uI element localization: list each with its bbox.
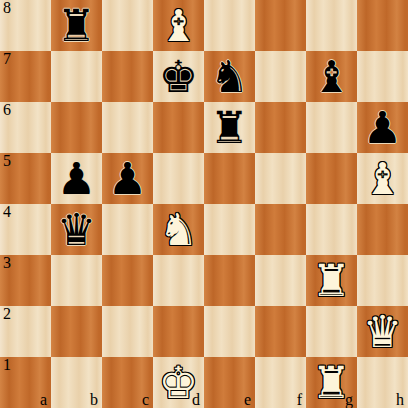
square-f2[interactable]: [255, 306, 306, 357]
square-a2[interactable]: 2: [0, 306, 51, 357]
square-d3[interactable]: [153, 255, 204, 306]
square-b5[interactable]: ♟: [51, 153, 102, 204]
rank-label-3: 3: [3, 255, 11, 272]
piece-black-knight[interactable]: ♞: [210, 51, 249, 102]
square-f4[interactable]: [255, 204, 306, 255]
piece-black-queen[interactable]: ♛: [57, 204, 96, 255]
square-a3[interactable]: 3: [0, 255, 51, 306]
square-g6[interactable]: [306, 102, 357, 153]
square-b7[interactable]: [51, 51, 102, 102]
file-label-h: h: [396, 391, 404, 408]
square-b3[interactable]: [51, 255, 102, 306]
file-label-a: a: [40, 391, 47, 408]
square-e1[interactable]: e: [204, 357, 255, 408]
square-d2[interactable]: [153, 306, 204, 357]
square-g3[interactable]: ♜: [306, 255, 357, 306]
square-h6[interactable]: ♟: [357, 102, 408, 153]
file-label-b: b: [90, 391, 98, 408]
square-h2[interactable]: ♛: [357, 306, 408, 357]
piece-white-bishop[interactable]: ♝: [159, 0, 198, 51]
square-h8[interactable]: [357, 0, 408, 51]
chess-board: 8♜♝7♚♞♝6♜♟5♟♟♝4♛♞3♜2♛1abcd♚efg♜h: [0, 0, 408, 408]
square-e6[interactable]: ♜: [204, 102, 255, 153]
square-c5[interactable]: ♟: [102, 153, 153, 204]
square-h4[interactable]: [357, 204, 408, 255]
square-d6[interactable]: [153, 102, 204, 153]
square-b8[interactable]: ♜: [51, 0, 102, 51]
square-d1[interactable]: d♚: [153, 357, 204, 408]
rank-label-7: 7: [3, 51, 11, 68]
square-f6[interactable]: [255, 102, 306, 153]
square-c2[interactable]: [102, 306, 153, 357]
piece-white-knight[interactable]: ♞: [159, 204, 198, 255]
square-e5[interactable]: [204, 153, 255, 204]
square-f3[interactable]: [255, 255, 306, 306]
square-h7[interactable]: [357, 51, 408, 102]
piece-black-rook[interactable]: ♜: [57, 0, 96, 51]
square-b4[interactable]: ♛: [51, 204, 102, 255]
square-c3[interactable]: [102, 255, 153, 306]
piece-black-bishop[interactable]: ♝: [312, 51, 351, 102]
piece-black-pawn[interactable]: ♟: [363, 102, 402, 153]
square-e3[interactable]: [204, 255, 255, 306]
piece-black-king[interactable]: ♚: [159, 51, 198, 102]
piece-white-rook[interactable]: ♜: [312, 255, 351, 306]
piece-black-rook[interactable]: ♜: [210, 102, 249, 153]
square-h5[interactable]: ♝: [357, 153, 408, 204]
rank-label-4: 4: [3, 204, 11, 221]
square-a1[interactable]: 1a: [0, 357, 51, 408]
square-d8[interactable]: ♝: [153, 0, 204, 51]
square-c8[interactable]: [102, 0, 153, 51]
square-f5[interactable]: [255, 153, 306, 204]
piece-black-pawn[interactable]: ♟: [108, 153, 147, 204]
square-f1[interactable]: f: [255, 357, 306, 408]
rank-label-2: 2: [3, 306, 11, 323]
square-g2[interactable]: [306, 306, 357, 357]
square-g4[interactable]: [306, 204, 357, 255]
square-a6[interactable]: 6: [0, 102, 51, 153]
square-g5[interactable]: [306, 153, 357, 204]
file-label-d: d: [192, 391, 200, 408]
square-d5[interactable]: [153, 153, 204, 204]
rank-label-6: 6: [3, 102, 11, 119]
square-f7[interactable]: [255, 51, 306, 102]
square-a4[interactable]: 4: [0, 204, 51, 255]
square-d4[interactable]: ♞: [153, 204, 204, 255]
square-c4[interactable]: [102, 204, 153, 255]
rank-label-1: 1: [3, 357, 11, 374]
file-label-g: g: [345, 391, 353, 408]
square-c1[interactable]: c: [102, 357, 153, 408]
square-g8[interactable]: [306, 0, 357, 51]
square-c7[interactable]: [102, 51, 153, 102]
square-e2[interactable]: [204, 306, 255, 357]
square-a7[interactable]: 7: [0, 51, 51, 102]
square-h3[interactable]: [357, 255, 408, 306]
file-label-c: c: [142, 391, 149, 408]
square-a8[interactable]: 8: [0, 0, 51, 51]
square-b2[interactable]: [51, 306, 102, 357]
square-b6[interactable]: [51, 102, 102, 153]
square-h1[interactable]: h: [357, 357, 408, 408]
rank-label-8: 8: [3, 0, 11, 17]
square-c6[interactable]: [102, 102, 153, 153]
square-g7[interactable]: ♝: [306, 51, 357, 102]
square-e8[interactable]: [204, 0, 255, 51]
square-d7[interactable]: ♚: [153, 51, 204, 102]
square-g1[interactable]: g♜: [306, 357, 357, 408]
piece-white-queen[interactable]: ♛: [363, 306, 402, 357]
rank-label-5: 5: [3, 153, 11, 170]
file-label-f: f: [297, 391, 302, 408]
square-e7[interactable]: ♞: [204, 51, 255, 102]
piece-black-pawn[interactable]: ♟: [57, 153, 96, 204]
square-f8[interactable]: [255, 0, 306, 51]
square-a5[interactable]: 5: [0, 153, 51, 204]
file-label-e: e: [244, 391, 251, 408]
piece-white-bishop[interactable]: ♝: [363, 153, 402, 204]
square-b1[interactable]: b: [51, 357, 102, 408]
square-e4[interactable]: [204, 204, 255, 255]
